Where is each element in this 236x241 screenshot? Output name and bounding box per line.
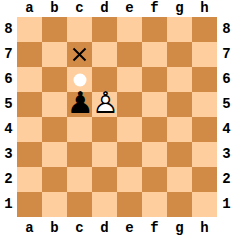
square-g4[interactable] xyxy=(167,117,192,142)
white-dot-marker-c6 xyxy=(73,73,86,86)
square-f4[interactable] xyxy=(142,117,167,142)
rank-label-right-4: 4 xyxy=(217,117,236,142)
square-h4[interactable] xyxy=(192,117,217,142)
rank-label-right-6: 6 xyxy=(217,67,236,92)
square-g1[interactable] xyxy=(167,192,192,217)
square-a2[interactable] xyxy=(17,167,42,192)
square-h2[interactable] xyxy=(192,167,217,192)
square-f3[interactable] xyxy=(142,142,167,167)
square-c3[interactable] xyxy=(67,142,92,167)
square-h1[interactable] xyxy=(192,192,217,217)
square-e2[interactable] xyxy=(117,167,142,192)
square-f2[interactable] xyxy=(142,167,167,192)
rank-label-right-7: 7 xyxy=(217,42,236,67)
file-label-bottom-e: e xyxy=(117,217,142,241)
square-c8[interactable] xyxy=(67,17,92,42)
square-b6[interactable] xyxy=(42,67,67,92)
square-h5[interactable] xyxy=(192,92,217,117)
file-label-bottom-a: a xyxy=(17,217,42,241)
square-g5[interactable] xyxy=(167,92,192,117)
square-c5[interactable]: ♟ xyxy=(67,92,92,117)
square-e7[interactable] xyxy=(117,42,142,67)
square-d1[interactable] xyxy=(92,192,117,217)
file-label-top-b: b xyxy=(42,0,67,17)
square-f1[interactable] xyxy=(142,192,167,217)
rank-label-right-1: 1 xyxy=(217,192,236,217)
square-e8[interactable] xyxy=(117,17,142,42)
square-d7[interactable] xyxy=(92,42,117,67)
file-label-top-e: e xyxy=(117,0,142,17)
square-d5[interactable]: ♟♙ xyxy=(92,92,117,117)
square-f7[interactable] xyxy=(142,42,167,67)
square-a7[interactable] xyxy=(17,42,42,67)
square-b3[interactable] xyxy=(42,142,67,167)
rank-label-left-1: 1 xyxy=(0,192,17,217)
rank-label-left-4: 4 xyxy=(0,117,17,142)
square-f5[interactable] xyxy=(142,92,167,117)
rank-label-right-8: 8 xyxy=(217,17,236,42)
square-b7[interactable] xyxy=(42,42,67,67)
square-e5[interactable] xyxy=(117,92,142,117)
file-label-top-a: a xyxy=(17,0,42,17)
square-g6[interactable] xyxy=(167,67,192,92)
file-label-top-f: f xyxy=(142,0,167,17)
rank-label-left-3: 3 xyxy=(0,142,17,167)
square-a5[interactable] xyxy=(17,92,42,117)
square-h8[interactable] xyxy=(192,17,217,42)
white-pawn-d5: ♟♙ xyxy=(92,92,117,117)
square-b4[interactable] xyxy=(42,117,67,142)
rank-label-left-6: 6 xyxy=(0,67,17,92)
square-e3[interactable] xyxy=(117,142,142,167)
rank-label-left-2: 2 xyxy=(0,167,17,192)
square-g7[interactable] xyxy=(167,42,192,67)
square-b2[interactable] xyxy=(42,167,67,192)
square-d6[interactable] xyxy=(92,67,117,92)
square-c6[interactable] xyxy=(67,67,92,92)
square-h3[interactable] xyxy=(192,142,217,167)
square-d2[interactable] xyxy=(92,167,117,192)
square-h7[interactable] xyxy=(192,42,217,67)
square-b8[interactable] xyxy=(42,17,67,42)
square-f8[interactable] xyxy=(142,17,167,42)
square-a4[interactable] xyxy=(17,117,42,142)
rank-labels-right: 87654321 xyxy=(217,17,236,217)
rank-label-right-3: 3 xyxy=(217,142,236,167)
square-a8[interactable] xyxy=(17,17,42,42)
rank-label-right-5: 5 xyxy=(217,92,236,117)
square-d3[interactable] xyxy=(92,142,117,167)
file-label-top-c: c xyxy=(67,0,92,17)
square-a6[interactable] xyxy=(17,67,42,92)
file-label-bottom-h: h xyxy=(192,217,217,241)
cross-marker-c7 xyxy=(73,48,86,61)
piece-fill-glyph: ♟ xyxy=(92,92,117,117)
chess-board: ♟♟♙ xyxy=(17,17,217,217)
file-label-top-g: g xyxy=(167,0,192,17)
file-label-bottom-c: c xyxy=(67,217,92,241)
square-c1[interactable] xyxy=(67,192,92,217)
piece-outline-glyph: ♙ xyxy=(92,92,117,117)
chess-diagram: abcdefgh 87654321 ♟♟♙ 87654321 abcdefgh xyxy=(0,0,236,241)
square-b5[interactable] xyxy=(42,92,67,117)
rank-labels-left: 87654321 xyxy=(0,17,17,217)
square-c2[interactable] xyxy=(67,167,92,192)
file-label-bottom-g: g xyxy=(167,217,192,241)
rank-label-left-5: 5 xyxy=(0,92,17,117)
square-d8[interactable] xyxy=(92,17,117,42)
file-label-bottom-d: d xyxy=(92,217,117,241)
rank-label-right-2: 2 xyxy=(217,167,236,192)
square-c4[interactable] xyxy=(67,117,92,142)
file-label-bottom-b: b xyxy=(42,217,67,241)
square-g8[interactable] xyxy=(167,17,192,42)
file-label-bottom-f: f xyxy=(142,217,167,241)
square-a1[interactable] xyxy=(17,192,42,217)
square-h6[interactable] xyxy=(192,67,217,92)
square-d4[interactable] xyxy=(92,117,117,142)
square-b1[interactable] xyxy=(42,192,67,217)
square-f6[interactable] xyxy=(142,67,167,92)
file-labels-bottom: abcdefgh xyxy=(17,217,217,241)
black-pawn-c5: ♟ xyxy=(67,92,92,117)
square-g3[interactable] xyxy=(167,142,192,167)
rank-label-left-8: 8 xyxy=(0,17,17,42)
square-c7[interactable] xyxy=(67,42,92,67)
file-labels-top: abcdefgh xyxy=(17,0,217,17)
square-e6[interactable] xyxy=(117,67,142,92)
square-g2[interactable] xyxy=(167,167,192,192)
square-e4[interactable] xyxy=(117,117,142,142)
square-e1[interactable] xyxy=(117,192,142,217)
file-label-top-h: h xyxy=(192,0,217,17)
file-label-top-d: d xyxy=(92,0,117,17)
rank-label-left-7: 7 xyxy=(0,42,17,67)
square-a3[interactable] xyxy=(17,142,42,167)
